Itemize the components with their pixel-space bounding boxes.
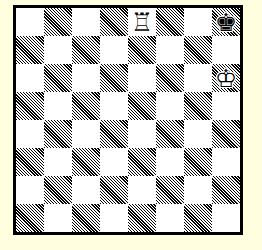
square-a8[interactable] — [16, 8, 44, 36]
square-e8[interactable]: ♜♖ — [128, 8, 156, 36]
square-a7[interactable] — [16, 36, 44, 64]
square-f7[interactable] — [156, 36, 184, 64]
square-d5[interactable] — [100, 92, 128, 120]
black-king[interactable]: ♚♚ — [212, 8, 240, 36]
square-c3[interactable] — [72, 148, 100, 176]
square-d2[interactable] — [100, 176, 128, 204]
square-a5[interactable] — [16, 92, 44, 120]
square-h8[interactable]: ♚♚ — [212, 8, 240, 36]
square-b4[interactable] — [44, 120, 72, 148]
square-a2[interactable] — [16, 176, 44, 204]
square-g5[interactable] — [184, 92, 212, 120]
square-a4[interactable] — [16, 120, 44, 148]
square-h7[interactable] — [212, 36, 240, 64]
square-e4[interactable] — [128, 120, 156, 148]
square-f3[interactable] — [156, 148, 184, 176]
square-e5[interactable] — [128, 92, 156, 120]
square-h3[interactable] — [212, 148, 240, 176]
square-f1[interactable] — [156, 204, 184, 232]
square-g1[interactable] — [184, 204, 212, 232]
square-h4[interactable] — [212, 120, 240, 148]
square-e6[interactable] — [128, 64, 156, 92]
square-h6[interactable]: ♚♔ — [212, 64, 240, 92]
square-c6[interactable] — [72, 64, 100, 92]
square-g6[interactable] — [184, 64, 212, 92]
square-d7[interactable] — [100, 36, 128, 64]
square-b1[interactable] — [44, 204, 72, 232]
square-d8[interactable] — [100, 8, 128, 36]
square-c8[interactable] — [72, 8, 100, 36]
piece-glyph: ♔ — [212, 64, 240, 92]
piece-glyph: ♚ — [212, 8, 240, 36]
square-e7[interactable] — [128, 36, 156, 64]
square-b7[interactable] — [44, 36, 72, 64]
square-d4[interactable] — [100, 120, 128, 148]
white-king[interactable]: ♚♔ — [212, 64, 240, 92]
square-b8[interactable] — [44, 8, 72, 36]
square-h2[interactable] — [212, 176, 240, 204]
square-e3[interactable] — [128, 148, 156, 176]
square-b2[interactable] — [44, 176, 72, 204]
piece-glyph: ♖ — [128, 8, 156, 36]
square-b5[interactable] — [44, 92, 72, 120]
square-f5[interactable] — [156, 92, 184, 120]
square-f2[interactable] — [156, 176, 184, 204]
square-c4[interactable] — [72, 120, 100, 148]
square-f4[interactable] — [156, 120, 184, 148]
square-d3[interactable] — [100, 148, 128, 176]
square-g3[interactable] — [184, 148, 212, 176]
square-g4[interactable] — [184, 120, 212, 148]
square-e1[interactable] — [128, 204, 156, 232]
white-rook[interactable]: ♜♖ — [128, 8, 156, 36]
square-c5[interactable] — [72, 92, 100, 120]
square-a6[interactable] — [16, 64, 44, 92]
square-a1[interactable] — [16, 204, 44, 232]
square-g8[interactable] — [184, 8, 212, 36]
square-f6[interactable] — [156, 64, 184, 92]
square-d6[interactable] — [100, 64, 128, 92]
square-g7[interactable] — [184, 36, 212, 64]
square-h5[interactable] — [212, 92, 240, 120]
square-b6[interactable] — [44, 64, 72, 92]
square-h1[interactable] — [212, 204, 240, 232]
chess-board: ♜♖♚♚♚♔ — [13, 5, 243, 235]
square-c2[interactable] — [72, 176, 100, 204]
page-background: ♜♖♚♚♚♔ — [0, 0, 262, 250]
square-a3[interactable] — [16, 148, 44, 176]
square-b3[interactable] — [44, 148, 72, 176]
square-f8[interactable] — [156, 8, 184, 36]
square-e2[interactable] — [128, 176, 156, 204]
square-c7[interactable] — [72, 36, 100, 64]
square-c1[interactable] — [72, 204, 100, 232]
square-g2[interactable] — [184, 176, 212, 204]
square-d1[interactable] — [100, 204, 128, 232]
